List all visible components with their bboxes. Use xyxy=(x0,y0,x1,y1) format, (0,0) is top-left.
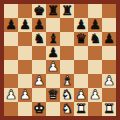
white-king-icon: ♚ xyxy=(33,102,45,116)
square-b8[interactable] xyxy=(18,4,32,18)
black-pawn-icon: ♟ xyxy=(5,18,17,32)
black-rook-icon: ♜ xyxy=(47,4,59,18)
black-pawn-icon: ♟ xyxy=(19,18,31,32)
square-c2[interactable] xyxy=(32,88,46,102)
square-g5[interactable] xyxy=(88,46,102,60)
square-b3[interactable] xyxy=(18,74,32,88)
white-pawn-icon: ♟ xyxy=(5,88,17,102)
black-bishop-icon: ♝ xyxy=(47,32,59,46)
white-pawn-icon: ♟ xyxy=(47,60,59,74)
chessboard-wrap: ♚♜♜♟♟♟♟♟♞♝♛♞♟♟♟♟♝♟♟♟♛♞♟♟♚♞♜♜ xyxy=(0,0,120,120)
white-pawn-icon: ♟ xyxy=(19,88,31,102)
square-c1[interactable]: ♚ xyxy=(32,102,46,116)
black-knight-icon: ♞ xyxy=(89,32,101,46)
square-d4[interactable]: ♟ xyxy=(46,60,60,74)
square-e2[interactable]: ♞ xyxy=(60,88,74,102)
square-d1[interactable] xyxy=(46,102,60,116)
square-c3[interactable]: ♟ xyxy=(32,74,46,88)
square-c4[interactable] xyxy=(32,60,46,74)
square-f8[interactable] xyxy=(74,4,88,18)
square-d2[interactable]: ♛ xyxy=(46,88,60,102)
square-a2[interactable]: ♟ xyxy=(4,88,18,102)
square-c6[interactable]: ♞ xyxy=(32,32,46,46)
square-g3[interactable] xyxy=(88,74,102,88)
square-a8[interactable] xyxy=(4,4,18,18)
square-f7[interactable]: ♟ xyxy=(74,18,88,32)
square-g1[interactable] xyxy=(88,102,102,116)
black-rook-icon: ♜ xyxy=(61,4,73,18)
square-e8[interactable]: ♜ xyxy=(60,4,74,18)
square-f5[interactable] xyxy=(74,46,88,60)
square-c7[interactable]: ♟ xyxy=(32,18,46,32)
white-rook-icon: ♜ xyxy=(103,102,115,116)
square-d5[interactable]: ♟ xyxy=(46,46,60,60)
square-c8[interactable]: ♚ xyxy=(32,4,46,18)
square-f1[interactable]: ♜ xyxy=(74,102,88,116)
square-a4[interactable] xyxy=(4,60,18,74)
white-queen-icon: ♛ xyxy=(47,88,59,102)
square-f3[interactable] xyxy=(74,74,88,88)
square-e5[interactable] xyxy=(60,46,74,60)
square-a5[interactable] xyxy=(4,46,18,60)
square-b1[interactable] xyxy=(18,102,32,116)
square-h5[interactable] xyxy=(102,46,116,60)
square-a3[interactable] xyxy=(4,74,18,88)
square-e1[interactable]: ♞ xyxy=(60,102,74,116)
square-h7[interactable] xyxy=(102,18,116,32)
square-a1[interactable] xyxy=(4,102,18,116)
black-pawn-icon: ♟ xyxy=(103,32,115,46)
white-pawn-icon: ♟ xyxy=(33,74,45,88)
black-pawn-icon: ♟ xyxy=(89,18,101,32)
square-f4[interactable] xyxy=(74,60,88,74)
square-d3[interactable] xyxy=(46,74,60,88)
black-knight-icon: ♞ xyxy=(33,32,45,46)
chessboard: ♚♜♜♟♟♟♟♟♞♝♛♞♟♟♟♟♝♟♟♟♛♞♟♟♚♞♜♜ xyxy=(0,0,120,120)
black-pawn-icon: ♟ xyxy=(33,18,45,32)
white-bishop-icon: ♝ xyxy=(61,74,73,88)
black-pawn-icon: ♟ xyxy=(75,18,87,32)
square-a7[interactable]: ♟ xyxy=(4,18,18,32)
black-pawn-icon: ♟ xyxy=(47,46,59,60)
square-b5[interactable] xyxy=(18,46,32,60)
square-f2[interactable]: ♟ xyxy=(74,88,88,102)
square-g6[interactable]: ♞ xyxy=(88,32,102,46)
square-d7[interactable] xyxy=(46,18,60,32)
white-knight-icon: ♞ xyxy=(61,88,73,102)
square-g4[interactable] xyxy=(88,60,102,74)
square-e7[interactable] xyxy=(60,18,74,32)
square-g7[interactable]: ♟ xyxy=(88,18,102,32)
white-pawn-icon: ♟ xyxy=(103,74,115,88)
white-pawn-icon: ♟ xyxy=(89,88,101,102)
square-h1[interactable]: ♜ xyxy=(102,102,116,116)
square-g8[interactable] xyxy=(88,4,102,18)
square-e6[interactable] xyxy=(60,32,74,46)
square-d6[interactable]: ♝ xyxy=(46,32,60,46)
white-pawn-icon: ♟ xyxy=(75,88,87,102)
square-h4[interactable] xyxy=(102,60,116,74)
square-h8[interactable] xyxy=(102,4,116,18)
square-f6[interactable]: ♛ xyxy=(74,32,88,46)
black-king-icon: ♚ xyxy=(33,4,45,18)
square-h6[interactable]: ♟ xyxy=(102,32,116,46)
square-b6[interactable] xyxy=(18,32,32,46)
black-queen-icon: ♛ xyxy=(75,32,87,46)
square-g2[interactable]: ♟ xyxy=(88,88,102,102)
square-a6[interactable] xyxy=(4,32,18,46)
square-e4[interactable] xyxy=(60,60,74,74)
square-h3[interactable]: ♟ xyxy=(102,74,116,88)
square-b4[interactable] xyxy=(18,60,32,74)
square-b7[interactable]: ♟ xyxy=(18,18,32,32)
white-rook-icon: ♜ xyxy=(75,102,87,116)
square-e3[interactable]: ♝ xyxy=(60,74,74,88)
square-b2[interactable]: ♟ xyxy=(18,88,32,102)
square-d8[interactable]: ♜ xyxy=(46,4,60,18)
square-c5[interactable] xyxy=(32,46,46,60)
white-knight-icon: ♞ xyxy=(61,102,73,116)
square-h2[interactable] xyxy=(102,88,116,102)
